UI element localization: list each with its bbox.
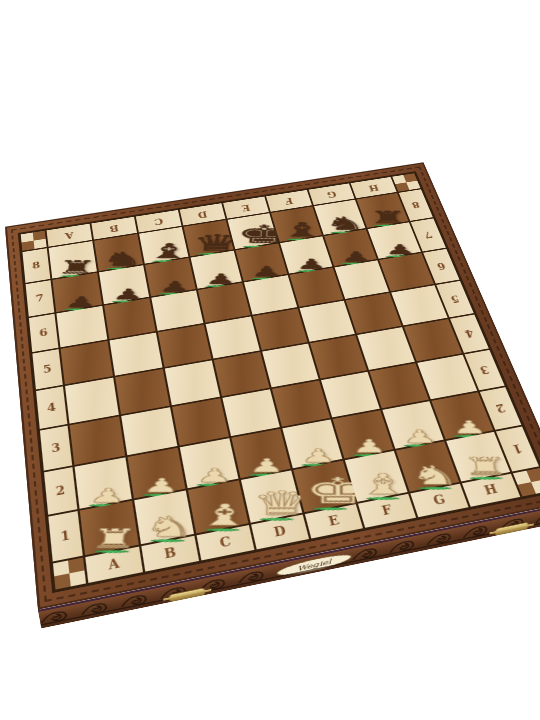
square-e1: ♚ [293,461,355,513]
rank-label-4-left: 4 [36,386,67,429]
square-c1: ♝ [188,480,249,533]
white-pawn-h2: ♟ [444,418,495,436]
square-f5 [300,301,355,342]
square-e3 [272,380,330,426]
square-a2: ♟ [75,457,132,508]
file-label-b: B [141,536,199,572]
white-knight-b1: ♞ [141,513,197,541]
rank-label-3-left: 3 [40,426,72,471]
square-c3 [172,398,229,445]
rank-label-2-left: 2 [44,467,77,515]
scene: ABCDEFGH8♜♞♝♛♚♝♞♜87♟♟♟♟♟♟♟♟7665544332♟♟♟… [22,112,500,590]
square-b3 [121,407,177,455]
square-a4 [65,378,119,424]
file-label-c: C [197,525,255,560]
square-f2: ♟ [333,410,394,458]
square-f3 [321,372,380,418]
square-f1: ♝ [345,451,408,502]
rank-label-8-left: 8 [22,248,50,283]
square-d1: ♛ [241,470,302,522]
border-corner [53,558,86,590]
rank-label-1-right: 1 [496,426,539,471]
square-d5 [206,316,260,358]
square-d3 [222,389,279,436]
square-a5 [61,341,113,385]
white-rook-h1: ♜ [459,454,513,478]
square-c2: ♟ [180,438,239,488]
rank-label-3-right: 3 [465,350,505,390]
square-a3 [70,416,125,465]
white-knight-g1: ♞ [408,462,461,488]
black-king-e8: ♚ [235,222,279,247]
file-label-g: G [410,484,468,518]
square-d2: ♟ [231,429,290,478]
rank-label-7-left: 7 [26,280,55,316]
rank-label-1-left: 1 [48,511,82,561]
white-rook-a1: ♜ [85,525,142,551]
border-corner [513,468,540,496]
square-b2: ♟ [128,448,186,499]
white-queen-d1: ♛ [251,487,304,520]
square-g1: ♞ [396,441,459,491]
chess-board-box: ABCDEFGH8♜♞♝♛♚♝♞♜87♟♟♟♟♟♟♟♟7665544332♟♟♟… [5,162,540,610]
white-pawn-d2: ♟ [241,456,293,475]
square-b5 [110,333,163,376]
square-c4 [165,360,220,405]
square-e4 [262,344,318,388]
square-c5 [158,324,212,367]
square-b1: ♞ [134,490,194,544]
white-bishop-c1: ♝ [196,501,250,530]
file-label-h: H [462,474,520,507]
square-g2: ♟ [382,401,443,449]
white-pawn-c2: ♟ [188,466,241,485]
square-e2: ♟ [282,419,342,468]
product-photo-stage: ABCDEFGH8♜♞♝♛♚♝♞♜87♟♟♟♟♟♟♟♟7665544332♟♟♟… [0,0,540,720]
square-d4 [214,352,270,396]
white-king-e1: ♚ [304,473,356,509]
white-pawn-f2: ♟ [344,437,395,455]
white-pawn-g2: ♟ [394,428,445,446]
square-b4 [115,369,170,414]
square-h3 [417,355,477,400]
square-g3 [369,363,428,408]
square-f4 [310,335,367,378]
square-h1: ♜ [446,432,510,482]
file-label-e: E [305,504,363,538]
file-label-f: F [358,494,416,528]
border-corner [392,173,420,191]
rank-label-2-right: 2 [480,387,522,430]
square-a1: ♜ [80,501,139,555]
white-pawn-b2: ♟ [134,476,188,495]
file-label-d: D [251,515,309,550]
file-label-a: A [85,547,143,583]
square-h2: ♟ [431,392,493,439]
white-pawn-a2: ♟ [80,486,135,506]
rank-label-6-left: 6 [29,314,59,352]
white-bishop-f1: ♝ [356,470,409,498]
white-pawn-e2: ♟ [293,447,344,466]
square-f6 [290,268,344,307]
square-e5 [253,308,308,350]
rank-label-5-left: 5 [32,349,62,389]
